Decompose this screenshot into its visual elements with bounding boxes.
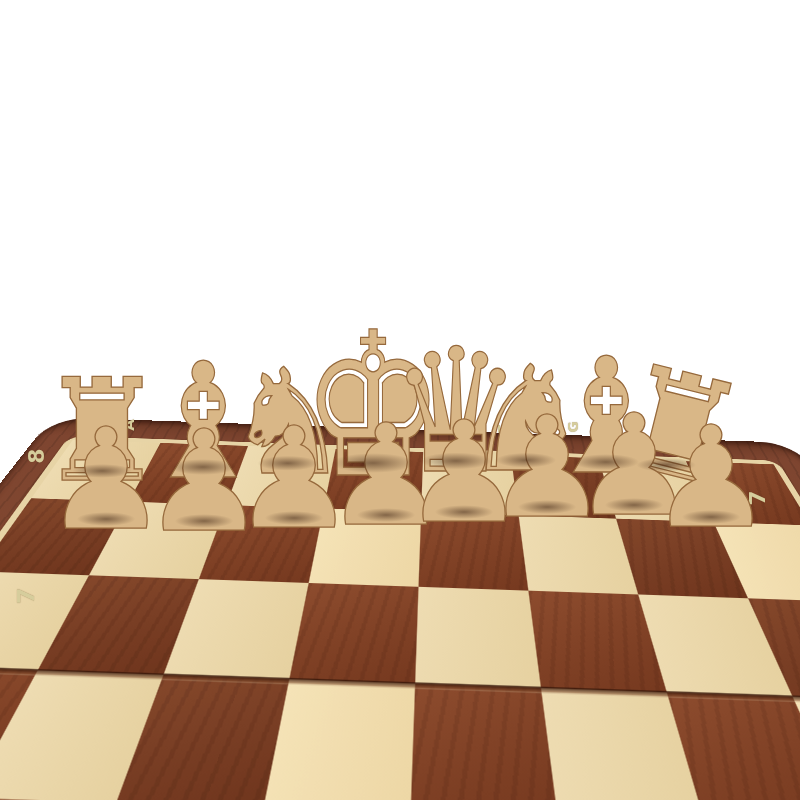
piece-shadow [435,505,494,519]
piece-shadow [72,464,132,478]
chess-set-photo: 877AFGH ♜♝♞♚♛♞♝♜♟♟♟♟♟♟♟♟ [0,0,800,800]
piece-white-pawn-h7: ♟ [649,408,772,548]
pieces-layer: ♜♝♞♚♛♞♝♜♟♟♟♟♟♟♟♟ [0,0,800,800]
piece-shadow [518,500,577,514]
piece-shadow [257,456,318,471]
piece-shadow [77,512,136,526]
piece-shadow [495,453,556,468]
piece-shadow [265,511,324,525]
piece-shadow [175,514,234,528]
piece-shadow [682,510,741,524]
piece-shadow [605,498,664,512]
piece-shadow [572,454,639,470]
piece-shadow [357,508,416,522]
piece-shadow [169,459,236,475]
piece-shadow [331,453,415,473]
piece-shadow [636,458,696,472]
